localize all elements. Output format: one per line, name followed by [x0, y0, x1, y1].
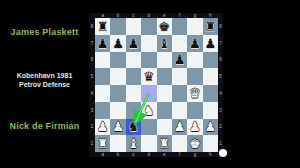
game-info: Kobenhavn 1981 Petrov Defense — [0, 71, 89, 89]
white-pawn-f2[interactable]: ♟ — [174, 120, 186, 133]
square-d7[interactable] — [141, 35, 156, 52]
square-g7[interactable]: ♟ — [187, 35, 202, 52]
square-b1[interactable] — [110, 135, 125, 152]
square-f4[interactable] — [172, 85, 187, 102]
square-d2[interactable] — [141, 119, 156, 136]
white-rook-e1[interactable]: ♜ — [158, 137, 170, 150]
file-label-g: g — [187, 152, 202, 157]
file-labels-bottom: abcdefgh — [95, 152, 218, 157]
square-e7[interactable]: ♝ — [157, 35, 172, 52]
square-a7[interactable]: ♟ — [95, 35, 110, 52]
square-f2[interactable]: ♟ — [172, 119, 187, 136]
left-info-panel: James Plaskett Kobenhavn 1981 Petrov Def… — [0, 0, 89, 168]
square-d4[interactable] — [141, 85, 156, 102]
square-a8[interactable]: ♜ — [95, 18, 110, 35]
square-h7[interactable]: ♟ — [203, 35, 218, 52]
white-pawn-h2[interactable]: ♟ — [204, 120, 216, 133]
file-label-c: c — [126, 152, 141, 157]
square-e2[interactable] — [157, 119, 172, 136]
square-a3[interactable] — [95, 102, 110, 119]
white-pawn-g2[interactable]: ♟ — [189, 120, 201, 133]
square-b5[interactable] — [110, 68, 125, 85]
white-king-g1[interactable]: ♚ — [189, 137, 201, 150]
black-pawn-h7[interactable]: ♟ — [204, 37, 216, 50]
square-h1[interactable] — [203, 135, 218, 152]
square-d5[interactable]: ♛ — [141, 68, 156, 85]
white-pawn-b2[interactable]: ♟ — [112, 120, 124, 133]
square-c8[interactable] — [126, 18, 141, 35]
square-g4[interactable]: ♛ — [187, 85, 202, 102]
square-c4[interactable] — [126, 85, 141, 102]
record-dot — [219, 149, 227, 157]
file-label-d: d — [141, 152, 156, 157]
square-a5[interactable] — [95, 68, 110, 85]
square-f3[interactable] — [172, 102, 187, 119]
square-e5[interactable] — [157, 68, 172, 85]
rank-label-5: 5 — [218, 68, 223, 85]
white-pawn-a2[interactable]: ♟ — [97, 120, 109, 133]
square-g2[interactable]: ♟ — [187, 119, 202, 136]
square-g3[interactable] — [187, 102, 202, 119]
file-label-b: b — [110, 152, 125, 157]
square-a6[interactable] — [95, 52, 110, 69]
square-h6[interactable] — [203, 52, 218, 69]
square-d8[interactable] — [141, 18, 156, 35]
black-pawn-b7[interactable]: ♟ — [112, 37, 124, 50]
board-grid: ♜♚♜♟♟♟♝♟♟♟♛♛♞♟♟♞♟♟♟♜♝♜♚ — [95, 18, 218, 152]
square-a2[interactable]: ♟ — [95, 119, 110, 136]
square-c2[interactable]: ♞ — [126, 119, 141, 136]
chess-board: abcdefgh abcdefgh 87654321 87654321 ♜♚♜♟… — [89, 13, 223, 157]
white-queen-g4[interactable]: ♛ — [189, 87, 201, 100]
square-f7[interactable] — [172, 35, 187, 52]
square-b3[interactable] — [110, 102, 125, 119]
square-c6[interactable] — [126, 52, 141, 69]
square-h8[interactable]: ♜ — [203, 18, 218, 35]
square-e6[interactable] — [157, 52, 172, 69]
white-knight-d3[interactable]: ♞ — [143, 104, 155, 117]
square-b8[interactable] — [110, 18, 125, 35]
white-bishop-c1[interactable]: ♝ — [128, 137, 140, 150]
square-h4[interactable] — [203, 85, 218, 102]
square-f5[interactable] — [172, 68, 187, 85]
rank-label-4: 4 — [218, 85, 223, 102]
square-b2[interactable]: ♟ — [110, 119, 125, 136]
square-a4[interactable] — [95, 85, 110, 102]
opening-name: Petrov Defense — [0, 80, 89, 89]
square-h3[interactable] — [203, 102, 218, 119]
square-g6[interactable] — [187, 52, 202, 69]
square-e1[interactable]: ♜ — [157, 135, 172, 152]
square-g8[interactable] — [187, 18, 202, 35]
black-pawn-c7[interactable]: ♟ — [128, 37, 140, 50]
black-pawn-a7[interactable]: ♟ — [97, 37, 109, 50]
black-pawn-f6[interactable]: ♟ — [174, 53, 186, 66]
square-e8[interactable]: ♚ — [157, 18, 172, 35]
square-f1[interactable] — [172, 135, 187, 152]
square-b4[interactable] — [110, 85, 125, 102]
black-bishop-e7[interactable]: ♝ — [158, 37, 170, 50]
square-h2[interactable]: ♟ — [203, 119, 218, 136]
square-d1[interactable] — [141, 135, 156, 152]
square-a1[interactable]: ♜ — [95, 135, 110, 152]
square-b7[interactable]: ♟ — [110, 35, 125, 52]
player-name-white: Nick de Firmian — [0, 121, 89, 131]
square-d6[interactable] — [141, 52, 156, 69]
black-king-e8[interactable]: ♚ — [158, 20, 170, 33]
file-label-e: e — [157, 152, 172, 157]
square-c7[interactable]: ♟ — [126, 35, 141, 52]
file-label-a: a — [95, 152, 110, 157]
square-f6[interactable]: ♟ — [172, 52, 187, 69]
square-f8[interactable] — [172, 18, 187, 35]
black-queen-d5[interactable]: ♛ — [143, 70, 155, 83]
file-label-h: h — [203, 152, 218, 157]
square-e4[interactable] — [157, 85, 172, 102]
square-d3[interactable]: ♞ — [141, 102, 156, 119]
square-c3[interactable] — [126, 102, 141, 119]
player-name-black: James Plaskett — [0, 27, 89, 37]
black-pawn-g7[interactable]: ♟ — [189, 37, 201, 50]
square-c5[interactable] — [126, 68, 141, 85]
rank-label-8: 8 — [218, 18, 223, 35]
square-c1[interactable]: ♝ — [126, 135, 141, 152]
rank-label-3: 3 — [218, 102, 223, 119]
black-rook-a8[interactable]: ♜ — [97, 20, 109, 33]
white-rook-a1[interactable]: ♜ — [97, 137, 109, 150]
square-e3[interactable] — [157, 102, 172, 119]
file-label-f: f — [172, 152, 187, 157]
rank-label-7: 7 — [218, 35, 223, 52]
square-h5[interactable] — [203, 68, 218, 85]
square-g1[interactable]: ♚ — [187, 135, 202, 152]
rank-label-6: 6 — [218, 52, 223, 69]
event-name: Kobenhavn 1981 — [0, 71, 89, 80]
rank-labels-right: 87654321 — [218, 18, 223, 152]
black-knight-c2[interactable]: ♞ — [128, 120, 140, 133]
square-b6[interactable] — [110, 52, 125, 69]
square-g5[interactable] — [187, 68, 202, 85]
black-rook-h8[interactable]: ♜ — [204, 20, 216, 33]
rank-label-2: 2 — [218, 119, 223, 136]
